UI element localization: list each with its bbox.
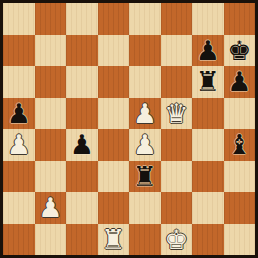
piece-black-pawn[interactable]: ♟: [227, 68, 251, 95]
square-d7[interactable]: [98, 35, 130, 67]
square-c5[interactable]: [66, 98, 98, 130]
square-a3[interactable]: [3, 161, 35, 193]
square-a5[interactable]: ♟: [3, 98, 35, 130]
square-a2[interactable]: [3, 192, 35, 224]
square-a4[interactable]: ♟: [3, 129, 35, 161]
square-a8[interactable]: [3, 3, 35, 35]
piece-white-rook[interactable]: ♜: [101, 226, 125, 253]
piece-white-pawn[interactable]: ♟: [7, 131, 31, 158]
square-d2[interactable]: [98, 192, 130, 224]
square-g5[interactable]: [192, 98, 224, 130]
square-b4[interactable]: [35, 129, 67, 161]
square-c8[interactable]: [66, 3, 98, 35]
square-e6[interactable]: [129, 66, 161, 98]
square-a6[interactable]: [3, 66, 35, 98]
square-e5[interactable]: ♟: [129, 98, 161, 130]
square-e8[interactable]: [129, 3, 161, 35]
square-e3[interactable]: ♜: [129, 161, 161, 193]
square-h7[interactable]: ♚: [224, 35, 256, 67]
square-a1[interactable]: [3, 224, 35, 256]
square-b2[interactable]: ♟: [35, 192, 67, 224]
square-g2[interactable]: [192, 192, 224, 224]
square-h1[interactable]: [224, 224, 256, 256]
square-e4[interactable]: ♟: [129, 129, 161, 161]
square-d4[interactable]: [98, 129, 130, 161]
square-c2[interactable]: [66, 192, 98, 224]
square-g8[interactable]: [192, 3, 224, 35]
square-c1[interactable]: [66, 224, 98, 256]
square-f5[interactable]: ♛: [161, 98, 193, 130]
square-b7[interactable]: [35, 35, 67, 67]
square-d5[interactable]: [98, 98, 130, 130]
square-g7[interactable]: ♟: [192, 35, 224, 67]
square-h8[interactable]: [224, 3, 256, 35]
chess-board: ♟♚♜♟♟♟♛♟♟♟♝♜♟♜♚: [3, 3, 255, 255]
square-c7[interactable]: [66, 35, 98, 67]
square-a7[interactable]: [3, 35, 35, 67]
square-g1[interactable]: [192, 224, 224, 256]
square-h6[interactable]: ♟: [224, 66, 256, 98]
piece-black-pawn[interactable]: ♟: [196, 37, 220, 64]
piece-white-queen[interactable]: ♛: [164, 100, 188, 127]
square-d1[interactable]: ♜: [98, 224, 130, 256]
square-c6[interactable]: [66, 66, 98, 98]
square-f4[interactable]: [161, 129, 193, 161]
square-f1[interactable]: ♚: [161, 224, 193, 256]
piece-white-pawn[interactable]: ♟: [133, 100, 157, 127]
piece-black-rook[interactable]: ♜: [133, 163, 157, 190]
piece-black-rook[interactable]: ♜: [196, 68, 220, 95]
square-f6[interactable]: [161, 66, 193, 98]
piece-black-pawn[interactable]: ♟: [70, 131, 94, 158]
piece-white-king[interactable]: ♚: [164, 226, 188, 253]
piece-white-pawn[interactable]: ♟: [133, 131, 157, 158]
square-f7[interactable]: [161, 35, 193, 67]
square-h5[interactable]: [224, 98, 256, 130]
square-d3[interactable]: [98, 161, 130, 193]
square-g6[interactable]: ♜: [192, 66, 224, 98]
square-d8[interactable]: [98, 3, 130, 35]
piece-black-king[interactable]: ♚: [227, 37, 251, 64]
square-e1[interactable]: [129, 224, 161, 256]
square-e7[interactable]: [129, 35, 161, 67]
square-c4[interactable]: ♟: [66, 129, 98, 161]
piece-black-pawn[interactable]: ♟: [7, 100, 31, 127]
square-h4[interactable]: ♝: [224, 129, 256, 161]
chess-board-frame: ♟♚♜♟♟♟♛♟♟♟♝♜♟♜♚: [0, 0, 258, 258]
square-f2[interactable]: [161, 192, 193, 224]
square-f8[interactable]: [161, 3, 193, 35]
square-f3[interactable]: [161, 161, 193, 193]
square-e2[interactable]: [129, 192, 161, 224]
square-b5[interactable]: [35, 98, 67, 130]
square-h2[interactable]: [224, 192, 256, 224]
square-b1[interactable]: [35, 224, 67, 256]
square-g3[interactable]: [192, 161, 224, 193]
square-b8[interactable]: [35, 3, 67, 35]
square-c3[interactable]: [66, 161, 98, 193]
piece-black-bishop[interactable]: ♝: [227, 131, 251, 158]
square-h3[interactable]: [224, 161, 256, 193]
square-d6[interactable]: [98, 66, 130, 98]
square-b3[interactable]: [35, 161, 67, 193]
square-g4[interactable]: [192, 129, 224, 161]
square-b6[interactable]: [35, 66, 67, 98]
piece-white-pawn[interactable]: ♟: [38, 194, 62, 221]
